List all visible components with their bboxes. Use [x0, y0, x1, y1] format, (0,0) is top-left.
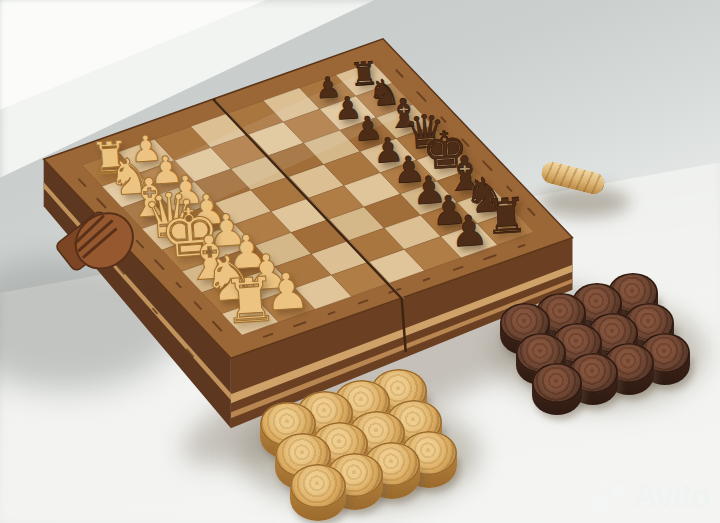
watermark: Avito: [591, 477, 710, 515]
photo-scene: ♜♞♝♛♚♝♞♜♟♟♟♟♟♟♟♟♟♟♟♟♟♟♟♟♜♞♝♛♚♝♞♜ Avito: [0, 0, 720, 523]
checker-light: [290, 464, 346, 522]
piece-black-rook: ♜: [483, 190, 529, 241]
checker-top: [290, 464, 346, 509]
avito-logo-circle: [600, 480, 609, 489]
pieces-layer: ♜♞♝♛♚♝♞♜♟♟♟♟♟♟♟♟♟♟♟♟♟♟♟♟♜♞♝♛♚♝♞♜: [0, 0, 720, 523]
piece-black-pawn: ♟: [449, 209, 489, 254]
watermark-brand: Avito: [634, 477, 710, 515]
piece-white-rook: ♜: [221, 268, 280, 333]
avito-logo-circle: [591, 495, 609, 513]
avito-logo-circle: [612, 484, 625, 497]
checker-top: [532, 363, 582, 403]
avito-logo-icon: [591, 478, 627, 514]
checker-dark: [532, 363, 582, 415]
avito-logo-circle: [614, 500, 622, 508]
